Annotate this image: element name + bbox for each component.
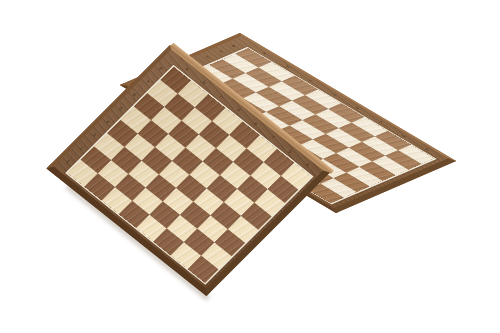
product-photo: abcdefgh abcdefgh 87654321 87654321 abcd…	[0, 0, 500, 333]
